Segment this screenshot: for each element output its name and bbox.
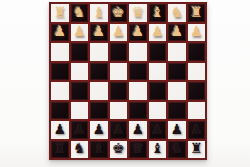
white-bishop: ♝ (92, 5, 105, 19)
square-b3[interactable] (168, 43, 186, 61)
square-a1[interactable]: ♜ (188, 4, 206, 22)
square-h3[interactable] (51, 43, 69, 61)
square-h5[interactable] (51, 82, 69, 100)
square-g2[interactable]: ♟ (71, 24, 89, 42)
white-pawn: ♟ (73, 24, 86, 38)
square-c4[interactable] (149, 63, 167, 81)
black-pawn: ♟ (170, 122, 183, 136)
chess-board: ♜♞♝♚♛♝♞♜♟♟♟♟♟♟♟♟♟♟♟♟♟♟♟♟♜♞♝♚♛♝♞♜ (49, 2, 207, 160)
square-f6[interactable] (90, 102, 108, 120)
square-b6[interactable] (168, 102, 186, 120)
square-e4[interactable] (110, 63, 128, 81)
square-d8[interactable]: ♛ (129, 141, 147, 159)
square-b8[interactable]: ♞ (168, 141, 186, 159)
square-b2[interactable]: ♟ (168, 24, 186, 42)
black-pawn: ♟ (73, 122, 86, 136)
square-a8[interactable]: ♜ (188, 141, 206, 159)
square-b1[interactable]: ♞ (168, 4, 186, 22)
black-bishop: ♝ (151, 141, 164, 155)
square-f3[interactable] (90, 43, 108, 61)
square-f7[interactable]: ♟ (90, 121, 108, 139)
square-f4[interactable] (90, 63, 108, 81)
white-pawn: ♟ (53, 24, 66, 38)
square-f2[interactable]: ♟ (90, 24, 108, 42)
square-g5[interactable] (71, 82, 89, 100)
square-g4[interactable] (71, 63, 89, 81)
white-knight: ♞ (73, 5, 86, 19)
square-c7[interactable]: ♟ (149, 121, 167, 139)
square-h7[interactable]: ♟ (51, 121, 69, 139)
square-d7[interactable]: ♟ (129, 121, 147, 139)
square-f5[interactable] (90, 82, 108, 100)
black-pawn: ♟ (151, 122, 164, 136)
black-pawn: ♟ (92, 122, 105, 136)
square-e2[interactable]: ♟ (110, 24, 128, 42)
black-pawn: ♟ (53, 122, 66, 136)
white-pawn: ♟ (92, 24, 105, 38)
square-g1[interactable]: ♞ (71, 4, 89, 22)
black-rook: ♜ (53, 141, 66, 155)
square-d4[interactable] (129, 63, 147, 81)
square-d5[interactable] (129, 82, 147, 100)
square-h1[interactable]: ♜ (51, 4, 69, 22)
photo-background: ♜♞♝♚♛♝♞♜♟♟♟♟♟♟♟♟♟♟♟♟♟♟♟♟♜♞♝♚♛♝♞♜ (0, 0, 250, 167)
white-pawn: ♟ (151, 24, 164, 38)
square-e3[interactable] (110, 43, 128, 61)
square-c1[interactable]: ♝ (149, 4, 167, 22)
white-rook: ♜ (53, 5, 66, 19)
black-pawn: ♟ (190, 122, 203, 136)
square-a7[interactable]: ♟ (188, 121, 206, 139)
square-b7[interactable]: ♟ (168, 121, 186, 139)
white-pawn: ♟ (112, 24, 125, 38)
square-d1[interactable]: ♛ (129, 4, 147, 22)
square-b4[interactable] (168, 63, 186, 81)
square-g3[interactable] (71, 43, 89, 61)
black-queen: ♛ (131, 141, 144, 155)
white-pawn: ♟ (131, 24, 144, 38)
square-d6[interactable] (129, 102, 147, 120)
square-f8[interactable]: ♝ (90, 141, 108, 159)
square-e6[interactable] (110, 102, 128, 120)
square-f1[interactable]: ♝ (90, 4, 108, 22)
black-bishop: ♝ (92, 141, 105, 155)
black-king: ♚ (112, 141, 125, 155)
square-g6[interactable] (71, 102, 89, 120)
white-pawn: ♟ (190, 24, 203, 38)
square-c5[interactable] (149, 82, 167, 100)
square-a5[interactable] (188, 82, 206, 100)
square-d2[interactable]: ♟ (129, 24, 147, 42)
square-h4[interactable] (51, 63, 69, 81)
square-e5[interactable] (110, 82, 128, 100)
square-g7[interactable]: ♟ (71, 121, 89, 139)
square-c3[interactable] (149, 43, 167, 61)
square-a4[interactable] (188, 63, 206, 81)
square-e7[interactable]: ♟ (110, 121, 128, 139)
white-rook: ♜ (190, 5, 203, 19)
square-g8[interactable]: ♞ (71, 141, 89, 159)
square-e1[interactable]: ♚ (110, 4, 128, 22)
white-king: ♚ (112, 5, 125, 19)
square-c2[interactable]: ♟ (149, 24, 167, 42)
white-queen: ♛ (131, 5, 144, 19)
white-bishop: ♝ (151, 5, 164, 19)
white-pawn: ♟ (170, 24, 183, 38)
black-pawn: ♟ (131, 122, 144, 136)
square-h2[interactable]: ♟ (51, 24, 69, 42)
black-knight: ♞ (170, 141, 183, 155)
square-c6[interactable] (149, 102, 167, 120)
square-b5[interactable] (168, 82, 186, 100)
square-c8[interactable]: ♝ (149, 141, 167, 159)
black-knight: ♞ (73, 141, 86, 155)
square-h6[interactable] (51, 102, 69, 120)
square-h8[interactable]: ♜ (51, 141, 69, 159)
square-a3[interactable] (188, 43, 206, 61)
white-knight: ♞ (170, 5, 183, 19)
black-rook: ♜ (190, 141, 203, 155)
square-e8[interactable]: ♚ (110, 141, 128, 159)
black-pawn: ♟ (112, 122, 125, 136)
square-a6[interactable] (188, 102, 206, 120)
square-a2[interactable]: ♟ (188, 24, 206, 42)
square-d3[interactable] (129, 43, 147, 61)
